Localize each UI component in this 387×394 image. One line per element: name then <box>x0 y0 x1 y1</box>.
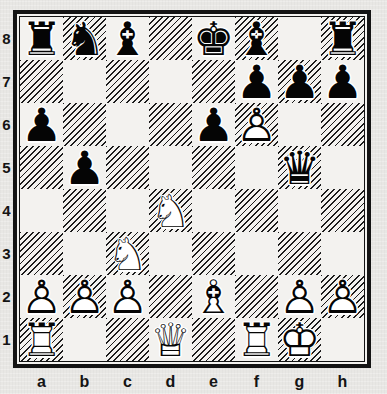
square-a6[interactable]: ♟♟ <box>20 103 63 146</box>
file-label-f: f <box>235 371 278 392</box>
black-rook-a8[interactable]: ♜ <box>20 17 63 60</box>
white-bishop-e2[interactable]: ♗ <box>192 275 235 318</box>
square-e5[interactable] <box>192 146 235 189</box>
white-knight-backing: ♞ <box>149 189 192 232</box>
square-b8[interactable]: ♞♞ <box>63 17 106 60</box>
square-c8[interactable]: ♝♝ <box>106 17 149 60</box>
square-e4[interactable] <box>192 189 235 232</box>
white-knight-d4[interactable]: ♘ <box>149 189 192 232</box>
square-d1[interactable]: ♛♕ <box>149 318 192 361</box>
white-pawn-b2[interactable]: ♙ <box>63 275 106 318</box>
file-labels: abcdefgh <box>20 371 364 392</box>
square-b7[interactable] <box>63 60 106 103</box>
white-rook-a1[interactable]: ♖ <box>20 318 63 361</box>
square-c4[interactable] <box>106 189 149 232</box>
white-queen-d1[interactable]: ♕ <box>149 318 192 361</box>
white-pawn-g2[interactable]: ♙ <box>278 275 321 318</box>
white-pawn-backing: ♟ <box>321 275 364 318</box>
square-h7[interactable]: ♟♟ <box>321 60 364 103</box>
white-pawn-backing: ♟ <box>278 275 321 318</box>
board-frame: ♜♜♞♞♝♝♚♚♝♝♜♜♟♟♟♟♟♟♟♟♟♟♟♙♟♟♛♛♞♘♞♘♟♙♟♙♟♙♝♗… <box>13 10 371 368</box>
black-knight-b8[interactable]: ♞ <box>63 17 106 60</box>
square-d2[interactable] <box>149 275 192 318</box>
square-b2[interactable]: ♟♙ <box>63 275 106 318</box>
file-label-g: g <box>278 371 321 392</box>
chess-diagram: 87654321 ♜♜♞♞♝♝♚♚♝♝♜♜♟♟♟♟♟♟♟♟♟♟♟♙♟♟♛♛♞♘♞… <box>0 0 387 394</box>
black-bishop-f8[interactable]: ♝ <box>235 17 278 60</box>
black-pawn-b5[interactable]: ♟ <box>63 146 106 189</box>
square-f7[interactable]: ♟♟ <box>235 60 278 103</box>
square-e7[interactable] <box>192 60 235 103</box>
square-f6[interactable]: ♟♙ <box>235 103 278 146</box>
square-e1[interactable] <box>192 318 235 361</box>
square-c2[interactable]: ♟♙ <box>106 275 149 318</box>
white-pawn-f6[interactable]: ♙ <box>235 103 278 146</box>
square-g6[interactable] <box>278 103 321 146</box>
square-g8[interactable] <box>278 17 321 60</box>
square-e8[interactable]: ♚♚ <box>192 17 235 60</box>
white-bishop-backing: ♝ <box>192 275 235 318</box>
square-b6[interactable] <box>63 103 106 146</box>
square-e2[interactable]: ♝♗ <box>192 275 235 318</box>
square-c5[interactable] <box>106 146 149 189</box>
square-f5[interactable] <box>235 146 278 189</box>
rank-label-6: 6 <box>0 103 13 146</box>
rank-label-2: 2 <box>0 275 13 318</box>
white-queen-backing: ♛ <box>149 318 192 361</box>
square-h3[interactable] <box>321 232 364 275</box>
square-d6[interactable] <box>149 103 192 146</box>
square-d8[interactable] <box>149 17 192 60</box>
square-b1[interactable] <box>63 318 106 361</box>
black-pawn-g7[interactable]: ♟ <box>278 60 321 103</box>
rank-label-8: 8 <box>0 17 13 60</box>
white-rook-backing: ♜ <box>20 318 63 361</box>
white-pawn-backing: ♟ <box>20 275 63 318</box>
square-a7[interactable] <box>20 60 63 103</box>
square-f3[interactable] <box>235 232 278 275</box>
square-h4[interactable] <box>321 189 364 232</box>
square-g5[interactable]: ♛♛ <box>278 146 321 189</box>
white-king-g1[interactable]: ♔ <box>278 318 321 361</box>
white-pawn-a2[interactable]: ♙ <box>20 275 63 318</box>
black-pawn-backing: ♟ <box>321 60 364 103</box>
rank-label-3: 3 <box>0 232 13 275</box>
square-h8[interactable]: ♜♜ <box>321 17 364 60</box>
square-g1[interactable]: ♚♔ <box>278 318 321 361</box>
square-a2[interactable]: ♟♙ <box>20 275 63 318</box>
black-pawn-backing: ♟ <box>20 103 63 146</box>
board-grid: ♜♜♞♞♝♝♚♚♝♝♜♜♟♟♟♟♟♟♟♟♟♟♟♙♟♟♛♛♞♘♞♘♟♙♟♙♟♙♝♗… <box>20 17 364 361</box>
white-knight-backing: ♞ <box>106 232 149 275</box>
white-pawn-h2[interactable]: ♙ <box>321 275 364 318</box>
black-rook-backing: ♜ <box>20 17 63 60</box>
rank-label-7: 7 <box>0 60 13 103</box>
black-knight-backing: ♞ <box>63 17 106 60</box>
black-pawn-backing: ♟ <box>235 60 278 103</box>
black-king-e8[interactable]: ♚ <box>192 17 235 60</box>
rank-label-1: 1 <box>0 318 13 361</box>
file-label-b: b <box>63 371 106 392</box>
square-b4[interactable] <box>63 189 106 232</box>
white-rook-f1[interactable]: ♖ <box>235 318 278 361</box>
square-g7[interactable]: ♟♟ <box>278 60 321 103</box>
square-c1[interactable] <box>106 318 149 361</box>
rank-label-5: 5 <box>0 146 13 189</box>
file-label-a: a <box>20 371 63 392</box>
square-d7[interactable] <box>149 60 192 103</box>
square-d3[interactable] <box>149 232 192 275</box>
black-pawn-backing: ♟ <box>63 146 106 189</box>
black-pawn-f7[interactable]: ♟ <box>235 60 278 103</box>
square-h2[interactable]: ♟♙ <box>321 275 364 318</box>
square-f4[interactable] <box>235 189 278 232</box>
white-king-backing: ♚ <box>278 318 321 361</box>
square-h1[interactable] <box>321 318 364 361</box>
rank-labels: 87654321 <box>0 17 13 361</box>
black-pawn-e6[interactable]: ♟ <box>192 103 235 146</box>
square-f1[interactable]: ♜♖ <box>235 318 278 361</box>
square-f2[interactable] <box>235 275 278 318</box>
black-rook-h8[interactable]: ♜ <box>321 17 364 60</box>
square-g2[interactable]: ♟♙ <box>278 275 321 318</box>
white-pawn-backing: ♟ <box>106 275 149 318</box>
black-pawn-h7[interactable]: ♟ <box>321 60 364 103</box>
square-f8[interactable]: ♝♝ <box>235 17 278 60</box>
board-inner: ♜♜♞♞♝♝♚♚♝♝♜♜♟♟♟♟♟♟♟♟♟♟♟♙♟♟♛♛♞♘♞♘♟♙♟♙♟♙♝♗… <box>19 16 365 362</box>
square-c3[interactable]: ♞♘ <box>106 232 149 275</box>
black-bishop-backing: ♝ <box>106 17 149 60</box>
black-queen-backing: ♛ <box>278 146 321 189</box>
square-a5[interactable] <box>20 146 63 189</box>
square-h5[interactable] <box>321 146 364 189</box>
square-g3[interactable] <box>278 232 321 275</box>
square-b5[interactable]: ♟♟ <box>63 146 106 189</box>
square-h6[interactable] <box>321 103 364 146</box>
square-a1[interactable]: ♜♖ <box>20 318 63 361</box>
black-queen-g5[interactable]: ♛ <box>278 146 321 189</box>
square-g4[interactable] <box>278 189 321 232</box>
square-a8[interactable]: ♜♜ <box>20 17 63 60</box>
white-knight-c3[interactable]: ♘ <box>106 232 149 275</box>
square-c6[interactable] <box>106 103 149 146</box>
file-label-h: h <box>321 371 364 392</box>
black-pawn-backing: ♟ <box>192 103 235 146</box>
file-label-d: d <box>149 371 192 392</box>
square-a3[interactable] <box>20 232 63 275</box>
square-a4[interactable] <box>20 189 63 232</box>
white-pawn-c2[interactable]: ♙ <box>106 275 149 318</box>
square-e6[interactable]: ♟♟ <box>192 103 235 146</box>
square-e3[interactable] <box>192 232 235 275</box>
rank-label-4: 4 <box>0 189 13 232</box>
file-label-e: e <box>192 371 235 392</box>
square-d5[interactable] <box>149 146 192 189</box>
white-pawn-backing: ♟ <box>63 275 106 318</box>
black-bishop-c8[interactable]: ♝ <box>106 17 149 60</box>
black-rook-backing: ♜ <box>321 17 364 60</box>
white-rook-backing: ♜ <box>235 318 278 361</box>
file-label-c: c <box>106 371 149 392</box>
square-c7[interactable] <box>106 60 149 103</box>
black-king-backing: ♚ <box>192 17 235 60</box>
white-pawn-backing: ♟ <box>235 103 278 146</box>
black-pawn-backing: ♟ <box>278 60 321 103</box>
black-pawn-a6[interactable]: ♟ <box>20 103 63 146</box>
square-b3[interactable] <box>63 232 106 275</box>
square-d4[interactable]: ♞♘ <box>149 189 192 232</box>
black-bishop-backing: ♝ <box>235 17 278 60</box>
